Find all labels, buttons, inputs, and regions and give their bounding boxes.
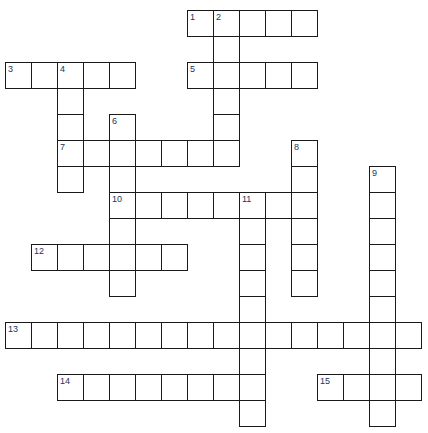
cell-r6c11[interactable] (291, 166, 318, 193)
cell-r5c2[interactable]: 7 (57, 140, 84, 167)
cell-r8c4[interactable] (109, 218, 136, 245)
cell-r7c8[interactable] (213, 192, 240, 219)
cell-r5c6[interactable] (161, 140, 188, 167)
cell-r3c8[interactable] (213, 88, 240, 115)
cell-r3c2[interactable] (57, 88, 84, 115)
cell-r14c13[interactable] (343, 374, 370, 401)
clue-number-7: 7 (60, 142, 65, 152)
cell-r7c14[interactable] (369, 192, 396, 219)
cell-r2c4[interactable] (109, 62, 136, 89)
cell-r12c6[interactable] (161, 322, 188, 349)
cell-r14c2[interactable]: 14 (57, 374, 84, 401)
cell-r12c0[interactable]: 13 (5, 322, 32, 349)
cell-r15c9[interactable] (239, 400, 266, 427)
cell-r10c14[interactable] (369, 270, 396, 297)
cell-r9c1[interactable]: 12 (31, 244, 58, 271)
cell-r10c4[interactable] (109, 270, 136, 297)
cell-r0c9[interactable] (239, 10, 266, 37)
clue-number-13: 13 (8, 324, 18, 334)
cell-r12c5[interactable] (135, 322, 162, 349)
clue-number-1: 1 (190, 12, 195, 22)
cell-r5c3[interactable] (83, 140, 110, 167)
cell-r12c12[interactable] (317, 322, 344, 349)
clue-number-5: 5 (190, 64, 195, 74)
cell-r12c11[interactable] (291, 322, 318, 349)
cell-r14c3[interactable] (83, 374, 110, 401)
cell-r14c15[interactable] (395, 374, 422, 401)
cell-r12c3[interactable] (83, 322, 110, 349)
cell-r8c9[interactable] (239, 218, 266, 245)
clue-number-10: 10 (112, 194, 122, 204)
cell-r0c11[interactable] (291, 10, 318, 37)
cell-r14c4[interactable] (109, 374, 136, 401)
cell-r2c3[interactable] (83, 62, 110, 89)
cell-r10c9[interactable] (239, 270, 266, 297)
cell-r12c14[interactable] (369, 322, 396, 349)
cell-r2c11[interactable] (291, 62, 318, 89)
cell-r2c8[interactable] (213, 62, 240, 89)
cell-r2c10[interactable] (265, 62, 292, 89)
cell-r5c11[interactable]: 8 (291, 140, 318, 167)
cell-r6c2[interactable] (57, 166, 84, 193)
clue-number-6: 6 (112, 116, 117, 126)
cell-r8c14[interactable] (369, 218, 396, 245)
cell-r7c7[interactable] (187, 192, 214, 219)
cell-r0c10[interactable] (265, 10, 292, 37)
cell-r14c7[interactable] (187, 374, 214, 401)
cell-r12c8[interactable] (213, 322, 240, 349)
cell-r5c4[interactable] (109, 140, 136, 167)
cell-r6c14[interactable]: 9 (369, 166, 396, 193)
cell-r5c7[interactable] (187, 140, 214, 167)
cell-r9c4[interactable] (109, 244, 136, 271)
cell-r7c4[interactable]: 10 (109, 192, 136, 219)
cell-r15c14[interactable] (369, 400, 396, 427)
cell-r12c1[interactable] (31, 322, 58, 349)
cell-r7c9[interactable]: 11 (239, 192, 266, 219)
cell-r2c7[interactable]: 5 (187, 62, 214, 89)
cell-r9c14[interactable] (369, 244, 396, 271)
crossword-board: 123456789101112131415 (0, 0, 428, 433)
clue-number-8: 8 (294, 142, 299, 152)
cell-r2c1[interactable] (31, 62, 58, 89)
cell-r12c13[interactable] (343, 322, 370, 349)
cell-r11c9[interactable] (239, 296, 266, 323)
cell-r2c9[interactable] (239, 62, 266, 89)
cell-r12c2[interactable] (57, 322, 84, 349)
cell-r9c6[interactable] (161, 244, 188, 271)
cell-r9c11[interactable] (291, 244, 318, 271)
cell-r2c0[interactable]: 3 (5, 62, 32, 89)
cell-r12c10[interactable] (265, 322, 292, 349)
clue-number-12: 12 (34, 246, 44, 256)
cell-r10c11[interactable] (291, 270, 318, 297)
clue-number-4: 4 (60, 64, 65, 74)
cell-r7c10[interactable] (265, 192, 292, 219)
cell-r7c5[interactable] (135, 192, 162, 219)
cell-r9c3[interactable] (83, 244, 110, 271)
cell-r0c8[interactable]: 2 (213, 10, 240, 37)
clue-number-3: 3 (8, 64, 13, 74)
cell-r7c11[interactable] (291, 192, 318, 219)
clue-number-2: 2 (216, 12, 221, 22)
cell-r5c5[interactable] (135, 140, 162, 167)
cell-r13c9[interactable] (239, 348, 266, 375)
cell-r9c9[interactable] (239, 244, 266, 271)
cell-r7c6[interactable] (161, 192, 188, 219)
cell-r14c14[interactable] (369, 374, 396, 401)
cell-r12c4[interactable] (109, 322, 136, 349)
clue-number-15: 15 (320, 376, 330, 386)
cell-r14c6[interactable] (161, 374, 188, 401)
cell-r0c7[interactable]: 1 (187, 10, 214, 37)
cell-r12c7[interactable] (187, 322, 214, 349)
cell-r4c8[interactable] (213, 114, 240, 141)
cell-r11c14[interactable] (369, 296, 396, 323)
cell-r2c2[interactable]: 4 (57, 62, 84, 89)
clue-number-11: 11 (242, 194, 251, 204)
cell-r13c14[interactable] (369, 348, 396, 375)
cell-r14c5[interactable] (135, 374, 162, 401)
clue-number-14: 14 (60, 376, 70, 386)
cell-r12c9[interactable] (239, 322, 266, 349)
cell-r9c5[interactable] (135, 244, 162, 271)
cell-r14c8[interactable] (213, 374, 240, 401)
cell-r12c15[interactable] (395, 322, 422, 349)
crossword-page: 123456789101112131415 (0, 0, 428, 433)
cell-r6c4[interactable] (109, 166, 136, 193)
cell-r8c11[interactable] (291, 218, 318, 245)
cell-r14c12[interactable]: 15 (317, 374, 344, 401)
cell-r9c2[interactable] (57, 244, 84, 271)
clue-number-9: 9 (372, 168, 377, 178)
cell-r4c4[interactable]: 6 (109, 114, 136, 141)
cell-r4c2[interactable] (57, 114, 84, 141)
cell-r14c9[interactable] (239, 374, 266, 401)
cell-r5c8[interactable] (213, 140, 240, 167)
cell-r1c8[interactable] (213, 36, 240, 63)
